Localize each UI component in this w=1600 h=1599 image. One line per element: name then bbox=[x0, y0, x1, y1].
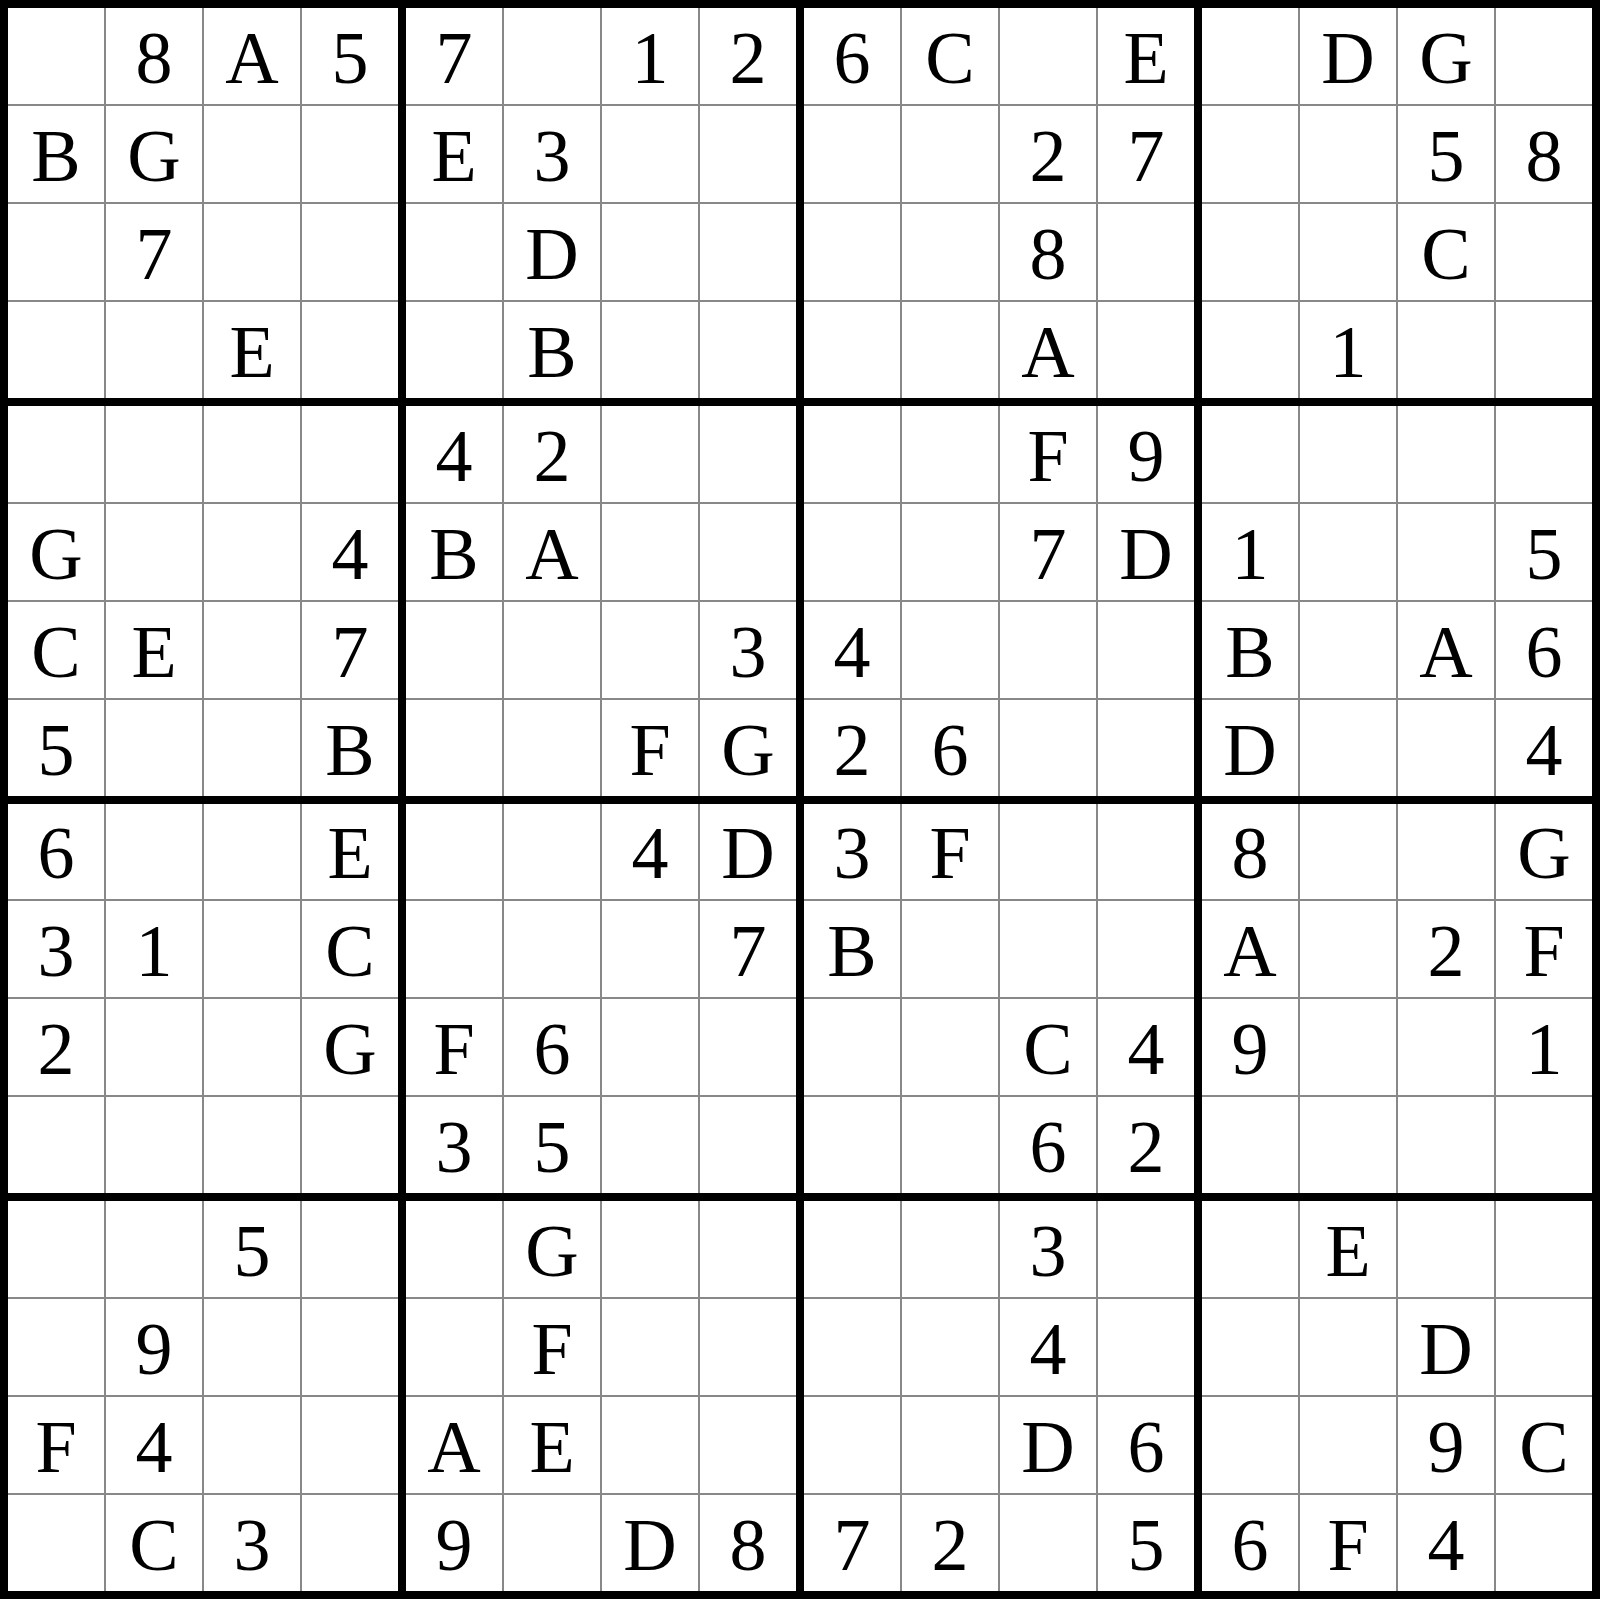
cell-r15c16[interactable]: C bbox=[1496, 1397, 1592, 1493]
cell-r3c10[interactable] bbox=[902, 204, 998, 300]
cell-r11c4[interactable]: G bbox=[302, 999, 398, 1095]
cell-r15c9[interactable] bbox=[804, 1397, 900, 1493]
cell-r3c12[interactable] bbox=[1098, 204, 1194, 300]
cell-r8c16[interactable]: 4 bbox=[1496, 700, 1592, 796]
cell-r13c15[interactable] bbox=[1398, 1201, 1494, 1297]
cell-r2c6[interactable]: 3 bbox=[504, 106, 600, 202]
cell-r13c16[interactable] bbox=[1496, 1201, 1592, 1297]
given-symbol: 4 bbox=[1526, 713, 1563, 787]
cell-r14c5[interactable] bbox=[406, 1299, 502, 1395]
cell-r1c8[interactable]: 2 bbox=[700, 8, 796, 104]
cell-r4c3[interactable]: E bbox=[204, 302, 300, 398]
cell-r13c5[interactable] bbox=[406, 1201, 502, 1297]
cell-r2c15[interactable]: 5 bbox=[1398, 106, 1494, 202]
cell-r4c8[interactable] bbox=[700, 302, 796, 398]
cell-r13c3[interactable]: 5 bbox=[204, 1201, 300, 1297]
cell-r3c5[interactable] bbox=[406, 204, 502, 300]
cell-r8c9[interactable]: 2 bbox=[804, 700, 900, 796]
cell-r16c2[interactable]: C bbox=[106, 1495, 202, 1591]
cell-r7c7[interactable] bbox=[602, 602, 698, 698]
given-symbol: G bbox=[29, 517, 82, 591]
cell-r12c11[interactable]: 6 bbox=[1000, 1097, 1096, 1193]
cell-r14c7[interactable] bbox=[602, 1299, 698, 1395]
cell-r5c3[interactable] bbox=[204, 406, 300, 502]
cell-r2c13[interactable] bbox=[1202, 106, 1298, 202]
cell-r11c7[interactable] bbox=[602, 999, 698, 1095]
cell-r10c13[interactable]: A bbox=[1202, 901, 1298, 997]
given-symbol: 3 bbox=[436, 1110, 473, 1184]
cell-r13c8[interactable] bbox=[700, 1201, 796, 1297]
cell-r9c11[interactable] bbox=[1000, 804, 1096, 900]
cell-r7c16[interactable]: 6 bbox=[1496, 602, 1592, 698]
cell-r10c5[interactable] bbox=[406, 901, 502, 997]
cell-r4c12[interactable] bbox=[1098, 302, 1194, 398]
cell-r3c13[interactable] bbox=[1202, 204, 1298, 300]
cell-r7c9[interactable]: 4 bbox=[804, 602, 900, 698]
cell-r12c10[interactable] bbox=[902, 1097, 998, 1193]
cell-r10c6[interactable] bbox=[504, 901, 600, 997]
cell-r6c12[interactable]: D bbox=[1098, 504, 1194, 600]
cell-r16c12[interactable]: 5 bbox=[1098, 1495, 1194, 1591]
cell-r4c7[interactable] bbox=[602, 302, 698, 398]
cell-r4c13[interactable] bbox=[1202, 302, 1298, 398]
cell-r13c7[interactable] bbox=[602, 1201, 698, 1297]
cell-r16c15[interactable]: 4 bbox=[1398, 1495, 1494, 1591]
cell-r7c10[interactable] bbox=[902, 602, 998, 698]
cell-r13c9[interactable] bbox=[804, 1201, 900, 1297]
cell-r12c6[interactable]: 5 bbox=[504, 1097, 600, 1193]
cell-r5c5[interactable]: 4 bbox=[406, 406, 502, 502]
cell-r14c12[interactable] bbox=[1098, 1299, 1194, 1395]
cell-r15c15[interactable]: 9 bbox=[1398, 1397, 1494, 1493]
cell-r8c4[interactable]: B bbox=[302, 700, 398, 796]
cell-r4c6[interactable]: B bbox=[504, 302, 600, 398]
cell-r12c3[interactable] bbox=[204, 1097, 300, 1193]
given-symbol: 3 bbox=[834, 816, 871, 890]
cell-r15c3[interactable] bbox=[204, 1397, 300, 1493]
given-symbol: 7 bbox=[834, 1508, 871, 1582]
cell-r16c5[interactable]: 9 bbox=[406, 1495, 502, 1591]
box-3-1: 6E31C2G bbox=[8, 804, 398, 1194]
cell-r7c15[interactable]: A bbox=[1398, 602, 1494, 698]
cell-r6c8[interactable] bbox=[700, 504, 796, 600]
cell-r8c2[interactable] bbox=[106, 700, 202, 796]
cell-r9c7[interactable]: 4 bbox=[602, 804, 698, 900]
cell-r7c14[interactable] bbox=[1300, 602, 1396, 698]
cell-r10c3[interactable] bbox=[204, 901, 300, 997]
cell-r11c1[interactable]: 2 bbox=[8, 999, 104, 1095]
cell-r9c8[interactable]: D bbox=[700, 804, 796, 900]
cell-r16c10[interactable]: 2 bbox=[902, 1495, 998, 1591]
cell-r5c7[interactable] bbox=[602, 406, 698, 502]
given-symbol: 8 bbox=[730, 1508, 767, 1582]
cell-r2c2[interactable]: G bbox=[106, 106, 202, 202]
cell-r2c7[interactable] bbox=[602, 106, 698, 202]
cell-r13c6[interactable]: G bbox=[504, 1201, 600, 1297]
cell-r8c11[interactable] bbox=[1000, 700, 1096, 796]
cell-r2c11[interactable]: 2 bbox=[1000, 106, 1096, 202]
cell-r8c10[interactable]: 6 bbox=[902, 700, 998, 796]
cell-r12c9[interactable] bbox=[804, 1097, 900, 1193]
given-symbol: G bbox=[721, 713, 774, 787]
cell-r9c3[interactable] bbox=[204, 804, 300, 900]
cell-r6c13[interactable]: 1 bbox=[1202, 504, 1298, 600]
cell-r5c13[interactable] bbox=[1202, 406, 1298, 502]
cell-r16c14[interactable]: F bbox=[1300, 1495, 1396, 1591]
cell-r9c15[interactable] bbox=[1398, 804, 1494, 900]
cell-r14c15[interactable]: D bbox=[1398, 1299, 1494, 1395]
cell-r10c4[interactable]: C bbox=[302, 901, 398, 997]
cell-r10c16[interactable]: F bbox=[1496, 901, 1592, 997]
cell-r11c3[interactable] bbox=[204, 999, 300, 1095]
given-symbol: 3 bbox=[234, 1508, 271, 1582]
cell-r3c11[interactable]: 8 bbox=[1000, 204, 1096, 300]
cell-r7c12[interactable] bbox=[1098, 602, 1194, 698]
cell-r15c1[interactable]: F bbox=[8, 1397, 104, 1493]
cell-r14c10[interactable] bbox=[902, 1299, 998, 1395]
cell-r8c5[interactable] bbox=[406, 700, 502, 796]
cell-r13c1[interactable] bbox=[8, 1201, 104, 1297]
cell-r9c14[interactable] bbox=[1300, 804, 1396, 900]
cell-r6c7[interactable] bbox=[602, 504, 698, 600]
cell-r8c8[interactable]: G bbox=[700, 700, 796, 796]
cell-r15c8[interactable] bbox=[700, 1397, 796, 1493]
given-symbol: 2 bbox=[1128, 1110, 1165, 1184]
cell-r1c4[interactable]: 5 bbox=[302, 8, 398, 104]
cell-r10c12[interactable] bbox=[1098, 901, 1194, 997]
given-symbol: E bbox=[327, 816, 372, 890]
cell-r12c13[interactable] bbox=[1202, 1097, 1298, 1193]
given-symbol: 4 bbox=[136, 1410, 173, 1484]
cell-r1c9[interactable]: 6 bbox=[804, 8, 900, 104]
cell-r3c6[interactable]: D bbox=[504, 204, 600, 300]
cell-r2c4[interactable] bbox=[302, 106, 398, 202]
cell-r5c12[interactable]: 9 bbox=[1098, 406, 1194, 502]
cell-r14c6[interactable]: F bbox=[504, 1299, 600, 1395]
cell-r10c9[interactable]: B bbox=[804, 901, 900, 997]
cell-r8c1[interactable]: 5 bbox=[8, 700, 104, 796]
given-symbol: F bbox=[1327, 1508, 1368, 1582]
cell-r7c5[interactable] bbox=[406, 602, 502, 698]
cell-r14c2[interactable]: 9 bbox=[106, 1299, 202, 1395]
given-symbol: 1 bbox=[1526, 1012, 1563, 1086]
cell-r14c16[interactable] bbox=[1496, 1299, 1592, 1395]
cell-r12c12[interactable]: 2 bbox=[1098, 1097, 1194, 1193]
cell-r10c11[interactable] bbox=[1000, 901, 1096, 997]
given-symbol: G bbox=[525, 1214, 578, 1288]
given-symbol: 9 bbox=[136, 1312, 173, 1386]
cell-r11c14[interactable] bbox=[1300, 999, 1396, 1095]
cell-r11c5[interactable]: F bbox=[406, 999, 502, 1095]
cell-r12c1[interactable] bbox=[8, 1097, 104, 1193]
cell-r1c6[interactable] bbox=[504, 8, 600, 104]
cell-r7c1[interactable]: C bbox=[8, 602, 104, 698]
cell-r16c9[interactable]: 7 bbox=[804, 1495, 900, 1591]
cell-r13c4[interactable] bbox=[302, 1201, 398, 1297]
cell-r8c14[interactable] bbox=[1300, 700, 1396, 796]
cell-r4c1[interactable] bbox=[8, 302, 104, 398]
cell-r12c7[interactable] bbox=[602, 1097, 698, 1193]
cell-r16c13[interactable]: 6 bbox=[1202, 1495, 1298, 1591]
cell-r14c1[interactable] bbox=[8, 1299, 104, 1395]
cell-r15c2[interactable]: 4 bbox=[106, 1397, 202, 1493]
cell-r9c12[interactable] bbox=[1098, 804, 1194, 900]
cell-r12c16[interactable] bbox=[1496, 1097, 1592, 1193]
cell-r2c16[interactable]: 8 bbox=[1496, 106, 1592, 202]
cell-r16c1[interactable] bbox=[8, 1495, 104, 1591]
given-symbol: 6 bbox=[1232, 1508, 1269, 1582]
cell-r3c14[interactable] bbox=[1300, 204, 1396, 300]
cell-r2c1[interactable]: B bbox=[8, 106, 104, 202]
cell-r2c10[interactable] bbox=[902, 106, 998, 202]
cell-r2c5[interactable]: E bbox=[406, 106, 502, 202]
box-1-4: DG58C1 bbox=[1202, 8, 1592, 398]
cell-r14c4[interactable] bbox=[302, 1299, 398, 1395]
cell-r7c11[interactable] bbox=[1000, 602, 1096, 698]
cell-r15c5[interactable]: A bbox=[406, 1397, 502, 1493]
cell-r3c7[interactable] bbox=[602, 204, 698, 300]
cell-r16c11[interactable] bbox=[1000, 1495, 1096, 1591]
given-symbol: B bbox=[527, 315, 576, 389]
cell-r6c2[interactable] bbox=[106, 504, 202, 600]
cell-r4c10[interactable] bbox=[902, 302, 998, 398]
cell-r1c3[interactable]: A bbox=[204, 8, 300, 104]
cell-r15c10[interactable] bbox=[902, 1397, 998, 1493]
cell-r11c13[interactable]: 9 bbox=[1202, 999, 1298, 1095]
cell-r1c5[interactable]: 7 bbox=[406, 8, 502, 104]
given-symbol: D bbox=[1021, 1410, 1074, 1484]
cell-r10c1[interactable]: 3 bbox=[8, 901, 104, 997]
cell-r1c15[interactable]: G bbox=[1398, 8, 1494, 104]
given-symbol: 3 bbox=[38, 914, 75, 988]
cell-r7c6[interactable] bbox=[504, 602, 600, 698]
cell-r1c13[interactable] bbox=[1202, 8, 1298, 104]
given-symbol: F bbox=[1523, 914, 1564, 988]
cell-r8c13[interactable]: D bbox=[1202, 700, 1298, 796]
cell-r10c14[interactable] bbox=[1300, 901, 1396, 997]
cell-r2c3[interactable] bbox=[204, 106, 300, 202]
cell-r6c9[interactable] bbox=[804, 504, 900, 600]
cell-r4c9[interactable] bbox=[804, 302, 900, 398]
given-symbol: B bbox=[1225, 615, 1274, 689]
cell-r8c15[interactable] bbox=[1398, 700, 1494, 796]
cell-r9c2[interactable] bbox=[106, 804, 202, 900]
cell-r8c12[interactable] bbox=[1098, 700, 1194, 796]
cell-r3c3[interactable] bbox=[204, 204, 300, 300]
cell-r2c14[interactable] bbox=[1300, 106, 1396, 202]
cell-r6c3[interactable] bbox=[204, 504, 300, 600]
cell-r10c15[interactable]: 2 bbox=[1398, 901, 1494, 997]
cell-r3c2[interactable]: 7 bbox=[106, 204, 202, 300]
cell-r11c8[interactable] bbox=[700, 999, 796, 1095]
cell-r1c14[interactable]: D bbox=[1300, 8, 1396, 104]
given-symbol: 6 bbox=[1526, 615, 1563, 689]
cell-r1c10[interactable]: C bbox=[902, 8, 998, 104]
cell-r7c8[interactable]: 3 bbox=[700, 602, 796, 698]
cell-r5c6[interactable]: 2 bbox=[504, 406, 600, 502]
cell-r6c10[interactable] bbox=[902, 504, 998, 600]
cell-r2c8[interactable] bbox=[700, 106, 796, 202]
cell-r11c2[interactable] bbox=[106, 999, 202, 1095]
cell-r11c6[interactable]: 6 bbox=[504, 999, 600, 1095]
given-symbol: 1 bbox=[136, 914, 173, 988]
cell-r10c10[interactable] bbox=[902, 901, 998, 997]
cell-r11c12[interactable]: 4 bbox=[1098, 999, 1194, 1095]
cell-r13c11[interactable]: 3 bbox=[1000, 1201, 1096, 1297]
given-symbol: 2 bbox=[1428, 914, 1465, 988]
cell-r6c14[interactable] bbox=[1300, 504, 1396, 600]
cell-r9c4[interactable]: E bbox=[302, 804, 398, 900]
cell-r15c11[interactable]: D bbox=[1000, 1397, 1096, 1493]
cell-r14c14[interactable] bbox=[1300, 1299, 1396, 1395]
cell-r16c8[interactable]: 8 bbox=[700, 1495, 796, 1591]
cell-r16c3[interactable]: 3 bbox=[204, 1495, 300, 1591]
cell-r6c16[interactable]: 5 bbox=[1496, 504, 1592, 600]
cell-r6c1[interactable]: G bbox=[8, 504, 104, 600]
cell-r9c16[interactable]: G bbox=[1496, 804, 1592, 900]
cell-r3c15[interactable]: C bbox=[1398, 204, 1494, 300]
cell-r3c1[interactable] bbox=[8, 204, 104, 300]
cell-r11c16[interactable]: 1 bbox=[1496, 999, 1592, 1095]
cell-r12c4[interactable] bbox=[302, 1097, 398, 1193]
cell-r4c4[interactable] bbox=[302, 302, 398, 398]
cell-r4c15[interactable] bbox=[1398, 302, 1494, 398]
cell-r1c12[interactable]: E bbox=[1098, 8, 1194, 104]
given-symbol: B bbox=[31, 119, 80, 193]
given-symbol: 5 bbox=[1128, 1508, 1165, 1582]
cell-r1c16[interactable] bbox=[1496, 8, 1592, 104]
cell-r11c9[interactable] bbox=[804, 999, 900, 1095]
given-symbol: 9 bbox=[436, 1508, 473, 1582]
cell-r9c9[interactable]: 3 bbox=[804, 804, 900, 900]
cell-r6c6[interactable]: A bbox=[504, 504, 600, 600]
given-symbol: 6 bbox=[38, 816, 75, 890]
given-symbol: 2 bbox=[730, 21, 767, 95]
cell-r13c12[interactable] bbox=[1098, 1201, 1194, 1297]
cell-r13c13[interactable] bbox=[1202, 1201, 1298, 1297]
cell-r9c10[interactable]: F bbox=[902, 804, 998, 900]
cell-r12c8[interactable] bbox=[700, 1097, 796, 1193]
given-symbol: 4 bbox=[332, 517, 369, 591]
cell-r13c14[interactable]: E bbox=[1300, 1201, 1396, 1297]
cell-r1c1[interactable] bbox=[8, 8, 104, 104]
cell-r15c12[interactable]: 6 bbox=[1098, 1397, 1194, 1493]
cell-r6c15[interactable] bbox=[1398, 504, 1494, 600]
cell-r12c14[interactable] bbox=[1300, 1097, 1396, 1193]
given-symbol: E bbox=[229, 315, 274, 389]
cell-r5c2[interactable] bbox=[106, 406, 202, 502]
cell-r10c8[interactable]: 7 bbox=[700, 901, 796, 997]
cell-r15c13[interactable] bbox=[1202, 1397, 1298, 1493]
given-symbol: F bbox=[629, 713, 670, 787]
cell-r12c15[interactable] bbox=[1398, 1097, 1494, 1193]
cell-r5c15[interactable] bbox=[1398, 406, 1494, 502]
given-symbol: 4 bbox=[1128, 1012, 1165, 1086]
cell-r6c4[interactable]: 4 bbox=[302, 504, 398, 600]
cell-r11c10[interactable] bbox=[902, 999, 998, 1095]
cell-r14c3[interactable] bbox=[204, 1299, 300, 1395]
cell-r5c9[interactable] bbox=[804, 406, 900, 502]
cell-r6c5[interactable]: B bbox=[406, 504, 502, 600]
cell-r14c9[interactable] bbox=[804, 1299, 900, 1395]
cell-r15c7[interactable] bbox=[602, 1397, 698, 1493]
cell-r5c1[interactable] bbox=[8, 406, 104, 502]
cell-r5c4[interactable] bbox=[302, 406, 398, 502]
cell-r3c9[interactable] bbox=[804, 204, 900, 300]
cell-r3c4[interactable] bbox=[302, 204, 398, 300]
cell-r15c14[interactable] bbox=[1300, 1397, 1396, 1493]
cell-r5c10[interactable] bbox=[902, 406, 998, 502]
cell-r14c11[interactable]: 4 bbox=[1000, 1299, 1096, 1395]
given-symbol: 2 bbox=[38, 1012, 75, 1086]
cell-r7c3[interactable] bbox=[204, 602, 300, 698]
given-symbol: D bbox=[623, 1508, 676, 1582]
given-symbol: 5 bbox=[1526, 517, 1563, 591]
cell-r15c6[interactable]: E bbox=[504, 1397, 600, 1493]
cell-r5c11[interactable]: F bbox=[1000, 406, 1096, 502]
cell-r14c13[interactable] bbox=[1202, 1299, 1298, 1395]
cell-r10c7[interactable] bbox=[602, 901, 698, 997]
cell-r3c8[interactable] bbox=[700, 204, 796, 300]
cell-r1c7[interactable]: 1 bbox=[602, 8, 698, 104]
box-4-4: ED9C6F4 bbox=[1202, 1201, 1592, 1591]
cell-r4c2[interactable] bbox=[106, 302, 202, 398]
cell-r4c11[interactable]: A bbox=[1000, 302, 1096, 398]
cell-r9c5[interactable] bbox=[406, 804, 502, 900]
cell-r9c1[interactable]: 6 bbox=[8, 804, 104, 900]
cell-r14c8[interactable] bbox=[700, 1299, 796, 1395]
cell-r4c16[interactable] bbox=[1496, 302, 1592, 398]
cell-r9c13[interactable]: 8 bbox=[1202, 804, 1298, 900]
cell-r8c6[interactable] bbox=[504, 700, 600, 796]
cell-r13c10[interactable] bbox=[902, 1201, 998, 1297]
cell-r13c2[interactable] bbox=[106, 1201, 202, 1297]
given-symbol: E bbox=[1123, 21, 1168, 95]
given-symbol: 4 bbox=[834, 615, 871, 689]
given-symbol: 5 bbox=[332, 21, 369, 95]
cell-r2c9[interactable] bbox=[804, 106, 900, 202]
cell-r5c14[interactable] bbox=[1300, 406, 1396, 502]
cell-r5c16[interactable] bbox=[1496, 406, 1592, 502]
cell-r16c16[interactable] bbox=[1496, 1495, 1592, 1591]
given-symbol: F bbox=[433, 1012, 474, 1086]
cell-r15c4[interactable] bbox=[302, 1397, 398, 1493]
cell-r11c15[interactable] bbox=[1398, 999, 1494, 1095]
cell-r2c12[interactable]: 7 bbox=[1098, 106, 1194, 202]
cell-r16c7[interactable]: D bbox=[602, 1495, 698, 1591]
cell-r4c14[interactable]: 1 bbox=[1300, 302, 1396, 398]
cell-r7c4[interactable]: 7 bbox=[302, 602, 398, 698]
cell-r12c5[interactable]: 3 bbox=[406, 1097, 502, 1193]
cell-r1c11[interactable] bbox=[1000, 8, 1096, 104]
cell-r7c13[interactable]: B bbox=[1202, 602, 1298, 698]
cell-r9c6[interactable] bbox=[504, 804, 600, 900]
cell-r7c2[interactable]: E bbox=[106, 602, 202, 698]
cell-r1c2[interactable]: 8 bbox=[106, 8, 202, 104]
cell-r8c3[interactable] bbox=[204, 700, 300, 796]
cell-r12c2[interactable] bbox=[106, 1097, 202, 1193]
cell-r5c8[interactable] bbox=[700, 406, 796, 502]
cell-r3c16[interactable] bbox=[1496, 204, 1592, 300]
given-symbol: 6 bbox=[932, 713, 969, 787]
cell-r4c5[interactable] bbox=[406, 302, 502, 398]
cell-r16c6[interactable] bbox=[504, 1495, 600, 1591]
cell-r11c11[interactable]: C bbox=[1000, 999, 1096, 1095]
cell-r10c2[interactable]: 1 bbox=[106, 901, 202, 997]
cell-r16c4[interactable] bbox=[302, 1495, 398, 1591]
cell-r8c7[interactable]: F bbox=[602, 700, 698, 796]
cell-r6c11[interactable]: 7 bbox=[1000, 504, 1096, 600]
